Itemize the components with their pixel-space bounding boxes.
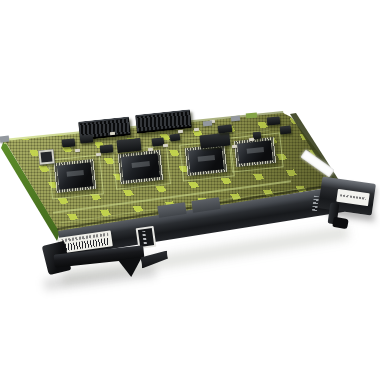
passive-2 <box>96 153 101 157</box>
backplane-connector-2 <box>135 109 192 134</box>
smd-ic-6 <box>170 133 181 141</box>
qfp-chip-2 <box>118 150 164 184</box>
smd-ic-2 <box>80 134 94 143</box>
smd-ic-3 <box>100 144 114 153</box>
qfp-chip-4 <box>234 137 276 167</box>
smd-ic-11 <box>280 125 292 134</box>
smd-ic-8 <box>218 124 233 133</box>
smd-ic-4 <box>116 138 141 153</box>
passive-3 <box>148 148 153 152</box>
crystal-oscillator <box>38 149 54 164</box>
line-card-product-photo <box>0 0 380 380</box>
passive-1 <box>75 149 80 153</box>
edge-notch-tab-1 <box>203 121 212 127</box>
qfp-chip-3 <box>185 144 228 176</box>
module-id-glyphs <box>142 231 147 245</box>
right-end-sticker-text <box>340 194 367 200</box>
passive-10 <box>110 132 115 136</box>
passive-4 <box>163 144 168 148</box>
smd-ic-1 <box>62 138 76 147</box>
passive-5 <box>178 130 183 134</box>
edge-notch-tab-2 <box>231 116 240 122</box>
qfp-chip-1 <box>54 159 97 193</box>
edge-tab-green <box>246 112 257 118</box>
smd-ic-9 <box>267 116 281 125</box>
passive-7 <box>232 145 237 149</box>
passive-8 <box>249 138 254 142</box>
passive-6 <box>194 128 199 132</box>
corner-tab <box>0 136 9 143</box>
